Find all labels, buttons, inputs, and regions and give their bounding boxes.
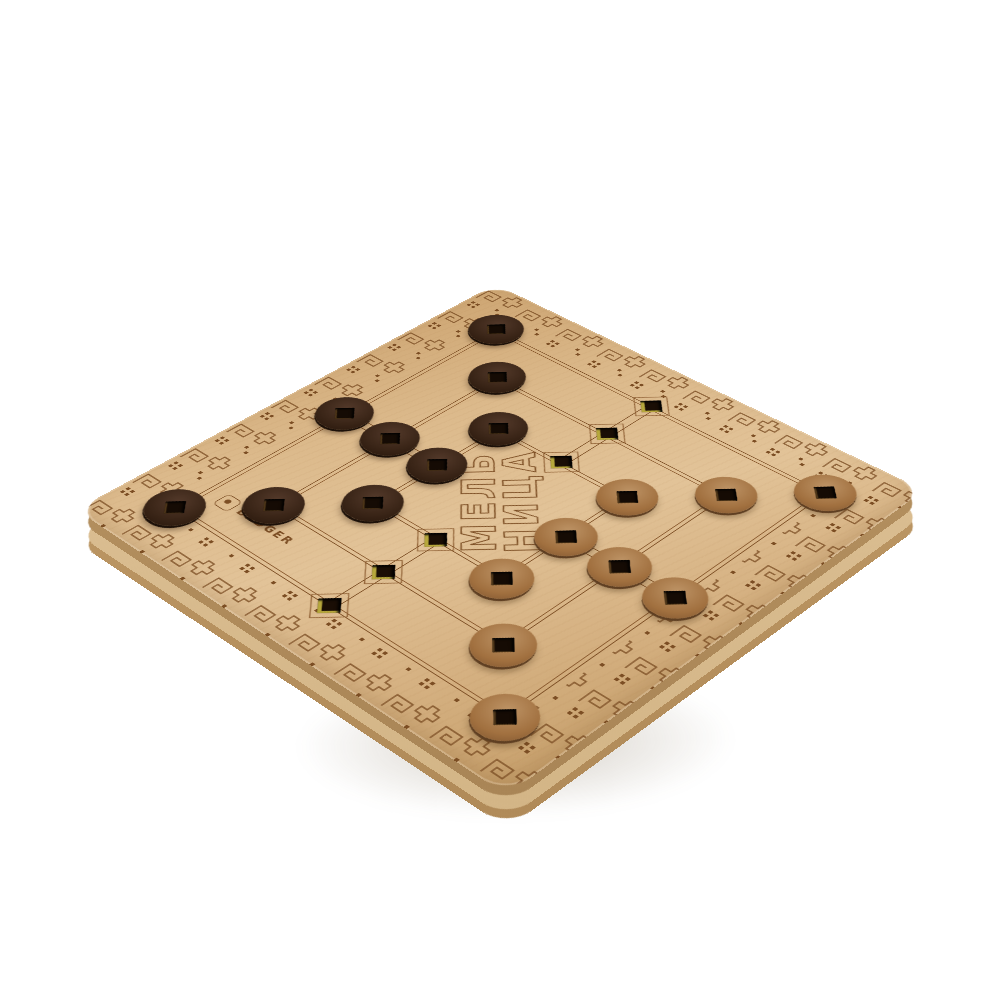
hole-e4[interactable] — [550, 456, 572, 469]
piece-hole-b6 — [263, 499, 284, 511]
piece-hole-c5 — [362, 497, 383, 509]
board-title-engraving: МЕЛЬ НИЦА — [457, 449, 544, 554]
piece-hole-g7 — [487, 324, 505, 334]
product-photo-stage: МЕЛЬ НИЦА BADGER — [0, 0, 1000, 1000]
piece-hole-d1 — [664, 591, 687, 605]
piece-hole-e3 — [617, 491, 638, 503]
piece-hole-g1 — [814, 487, 837, 499]
piece-hole-b2 — [492, 638, 514, 652]
scene: МЕЛЬ НИЦА BADGER — [0, 0, 1000, 1000]
piece-hole-a7 — [164, 501, 186, 513]
hole-g4[interactable] — [640, 400, 662, 412]
piece-hole-f6 — [488, 372, 507, 382]
piece-hole-d6 — [380, 433, 400, 444]
board-face: МЕЛЬ НИЦА BADGER — [76, 284, 924, 795]
piece-hole-d3 — [555, 530, 576, 543]
piece-hole-a1 — [493, 709, 516, 725]
piece-hole-c3 — [491, 572, 512, 585]
piece-hole-e5 — [489, 423, 508, 434]
piece-hole-d2 — [609, 560, 631, 573]
hole-a4[interactable] — [317, 598, 342, 613]
hole-c4[interactable] — [424, 533, 447, 547]
hole-f4[interactable] — [596, 428, 618, 440]
hole-b4[interactable] — [372, 565, 396, 580]
piece-hole-d5 — [427, 459, 447, 471]
piece-hole-d7 — [335, 408, 355, 419]
piece-hole-f2 — [715, 489, 737, 501]
